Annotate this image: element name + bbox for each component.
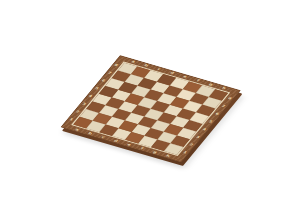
chessboard: abcdefgh abcdefgh 87654321 87654321 xyxy=(60,55,241,163)
product-photo: abcdefgh abcdefgh 87654321 87654321 xyxy=(0,0,300,220)
